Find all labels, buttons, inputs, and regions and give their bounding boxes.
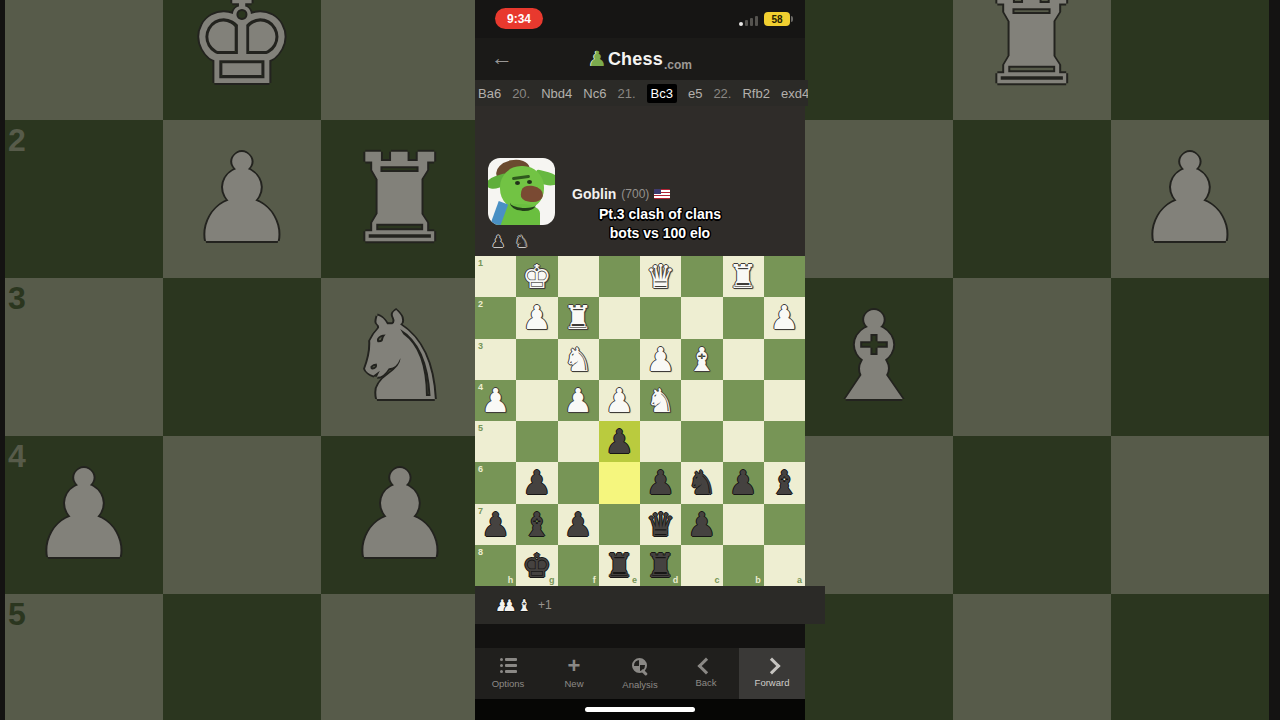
square-d6[interactable]: ♟ <box>640 462 681 503</box>
piece-black-r-d8: ♜ <box>646 549 676 582</box>
back-button[interactable]: Back <box>673 648 739 699</box>
square-g1: ♚ <box>163 0 321 120</box>
chevron-left-icon <box>698 657 715 674</box>
list-icon <box>500 658 517 673</box>
player-info-area: Goblin (700) Pt.3 clash of clans bots vs… <box>475 106 805 256</box>
piece-black-p-b6: ♟ <box>728 466 758 499</box>
file-label-f: f <box>593 575 596 585</box>
captured-white-p: ♟ <box>502 596 516 615</box>
square-d8[interactable]: ♜d <box>640 545 681 586</box>
piece-black-n-c6: ♞ <box>687 466 717 499</box>
square-a1 <box>1111 0 1269 120</box>
square-a4[interactable] <box>764 380 805 421</box>
move-Ba6[interactable]: Ba6 <box>478 86 501 101</box>
square-g2[interactable]: ♟ <box>516 297 557 338</box>
signal-strength-icon <box>739 16 758 26</box>
square-h5: 5 <box>5 594 163 720</box>
player-name-line: Goblin (700) <box>572 186 670 202</box>
move-22[interactable]: 22. <box>713 86 731 101</box>
square-b2[interactable] <box>723 297 764 338</box>
captured-white-b: ♝ <box>517 596 531 615</box>
captured-pieces-by-black: ♟♟♝ <box>495 596 531 615</box>
analysis-button[interactable]: Analysis <box>607 648 673 699</box>
square-a5[interactable] <box>764 421 805 462</box>
rank-label-4: 4 <box>8 438 26 475</box>
square-c5[interactable] <box>681 421 722 462</box>
home-indicator[interactable] <box>585 707 695 712</box>
square-f3[interactable]: ♞ <box>558 339 599 380</box>
move-exd4[interactable]: exd4 <box>781 86 808 101</box>
rank-label-4: 4 <box>478 382 483 392</box>
piece-white-q-d1: ♛ <box>646 260 676 293</box>
chesscom-logo: ♟ Chess .com <box>475 38 805 80</box>
piece-white-p-e4: ♟ <box>605 384 635 417</box>
logo-pawn-icon: ♟ <box>588 47 607 71</box>
square-b6[interactable]: ♟ <box>723 462 764 503</box>
rank-label-3: 3 <box>478 341 483 351</box>
square-g3[interactable] <box>516 339 557 380</box>
rank-label-3: 3 <box>8 280 26 317</box>
square-d5[interactable] <box>640 421 681 462</box>
piece-black-p-f7: ♟ <box>563 508 593 541</box>
magnifier-pie-icon <box>632 658 648 674</box>
square-h2: 2 <box>5 120 163 278</box>
phone-screen: 9:34 58 ← ♟ Chess .com Ba620.Nbd4Nc621.B… <box>475 0 805 720</box>
piece-black-b-g7: ♝ <box>522 508 552 541</box>
square-h8[interactable]: 8h <box>475 545 516 586</box>
piece-white-r-f2: ♜ <box>563 301 593 334</box>
square-h1: 1 <box>5 0 163 120</box>
square-f2[interactable]: ♜ <box>558 297 599 338</box>
piece-black-k-g8: ♚ <box>522 549 552 582</box>
square-e3[interactable] <box>599 339 640 380</box>
square-e6[interactable] <box>599 462 640 503</box>
square-c6[interactable]: ♞ <box>681 462 722 503</box>
square-b4 <box>953 436 1111 594</box>
piece-black-r-e8: ♜ <box>605 549 635 582</box>
file-label-a: a <box>797 575 802 585</box>
square-c8[interactable]: c <box>681 545 722 586</box>
piece-white-p-a2: ♟ <box>1135 138 1244 260</box>
square-b3 <box>953 278 1111 436</box>
piece-white-b-c3: ♝ <box>819 296 928 418</box>
piece-black-p-g6: ♟ <box>522 466 552 499</box>
file-label-c: c <box>714 575 719 585</box>
rank-label-2: 2 <box>478 299 483 309</box>
square-d4[interactable]: ♞ <box>640 380 681 421</box>
square-e4[interactable]: ♟ <box>599 380 640 421</box>
player-name[interactable]: Goblin <box>572 186 616 202</box>
square-c7[interactable]: ♟ <box>681 504 722 545</box>
piece-black-b-a6: ♝ <box>770 466 800 499</box>
square-b3[interactable] <box>723 339 764 380</box>
square-h3: 3 <box>5 278 163 436</box>
piece-white-k-g1: ♚ <box>522 260 552 293</box>
square-f5 <box>321 594 479 720</box>
square-h1[interactable]: 1 <box>475 256 516 297</box>
material-score: +1 <box>538 598 552 612</box>
rank-label-2: 2 <box>8 122 26 159</box>
square-a5 <box>1111 594 1269 720</box>
move-Rfb2[interactable]: Rfb2 <box>742 86 769 101</box>
captured-pieces-tray: ♟♟♝ +1 <box>475 586 825 624</box>
piece-white-p-d3: ♟ <box>646 343 676 376</box>
square-b5 <box>953 594 1111 720</box>
us-flag-icon <box>654 189 670 199</box>
piece-white-r-b1: ♜ <box>977 0 1086 102</box>
square-g3 <box>163 278 321 436</box>
square-g7[interactable]: ♝ <box>516 504 557 545</box>
goblin-eye <box>515 181 520 185</box>
move-20[interactable]: 20. <box>512 86 530 101</box>
square-h6[interactable]: 6 <box>475 462 516 503</box>
status-bar: 9:34 58 <box>475 0 805 38</box>
piece-white-r-f2: ♜ <box>345 138 454 260</box>
piece-white-p-a2: ♟ <box>770 301 800 334</box>
video-caption-line1: Pt.3 clash of clans <box>535 206 785 222</box>
square-a7[interactable] <box>764 504 805 545</box>
video-caption-line2: bots vs 100 elo <box>535 225 785 241</box>
rank-label-1: 1 <box>8 0 26 1</box>
file-label-d: d <box>673 575 679 585</box>
square-e5[interactable]: ♟ <box>599 421 640 462</box>
piece-white-n-f3: ♞ <box>345 296 454 418</box>
move-list: Ba620.Nbd4Nc621.Bc3e522.Rfb2exd4 <box>475 80 808 106</box>
home-indicator-zone <box>475 699 805 720</box>
square-f6[interactable] <box>558 462 599 503</box>
status-time-pill: 9:34 <box>495 8 543 29</box>
battery-icon: 58 <box>764 12 793 26</box>
square-f8[interactable]: f <box>558 545 599 586</box>
square-c1 <box>795 0 953 120</box>
chess-board: 1♚♛♜2♟♜♟3♞♟♝♟4♟♟♞5♟6♟♟♞♟♝♟7♝♟♛♟8h♚gf♜e♜d… <box>475 256 805 586</box>
square-f7[interactable]: ♟ <box>558 504 599 545</box>
file-label-b: b <box>755 575 761 585</box>
piece-black-p-c7: ♟ <box>687 508 717 541</box>
square-h7[interactable]: ♟7 <box>475 504 516 545</box>
square-g1[interactable]: ♚ <box>516 256 557 297</box>
square-f1 <box>321 0 479 120</box>
square-a3 <box>1111 278 1269 436</box>
square-c4[interactable] <box>681 380 722 421</box>
square-c3: ♝ <box>795 278 953 436</box>
square-g5[interactable] <box>516 421 557 462</box>
piece-white-b-c3: ♝ <box>687 343 717 376</box>
battery-percent: 58 <box>764 12 790 26</box>
piece-white-p-g2: ♟ <box>522 301 552 334</box>
square-h4: ♟4 <box>5 436 163 594</box>
piece-black-p-e5: ♟ <box>605 425 635 458</box>
piece-white-r-b1: ♜ <box>728 260 758 293</box>
rank-label-8: 8 <box>478 547 483 557</box>
square-h2[interactable]: 2 <box>475 297 516 338</box>
square-e7[interactable] <box>599 504 640 545</box>
square-a2: ♟ <box>1111 120 1269 278</box>
rank-label-1: 1 <box>478 258 483 268</box>
square-c3[interactable]: ♝ <box>681 339 722 380</box>
square-h3[interactable]: 3 <box>475 339 516 380</box>
rank-label-7: 7 <box>478 506 483 516</box>
logo-text: Chess <box>608 49 663 70</box>
square-e8[interactable]: ♜e <box>599 545 640 586</box>
goblin-eye2 <box>527 180 532 184</box>
square-d7[interactable]: ♛ <box>640 504 681 545</box>
square-f1[interactable] <box>558 256 599 297</box>
player-rating: (700) <box>621 187 649 201</box>
square-f3: ♞ <box>321 278 479 436</box>
logo-com-text: .com <box>664 58 692 72</box>
square-g4[interactable] <box>516 380 557 421</box>
piece-white-p-f4: ♟ <box>563 384 593 417</box>
square-f4: ♟ <box>321 436 479 594</box>
square-g5 <box>163 594 321 720</box>
square-f4[interactable]: ♟ <box>558 380 599 421</box>
status-icons: 58 <box>739 12 793 26</box>
plus-icon: + <box>568 659 581 673</box>
square-a3[interactable] <box>764 339 805 380</box>
square-g8[interactable]: ♚g <box>516 545 557 586</box>
square-f2: ♜ <box>321 120 479 278</box>
rank-label-6: 6 <box>478 464 483 474</box>
square-g6[interactable]: ♟ <box>516 462 557 503</box>
square-e1[interactable] <box>599 256 640 297</box>
forward-button[interactable]: Forward <box>739 648 805 699</box>
new-game-button[interactable]: + New <box>541 648 607 699</box>
move-e5[interactable]: e5 <box>688 86 702 101</box>
square-g4 <box>163 436 321 594</box>
rank-label-5: 5 <box>8 596 26 633</box>
square-b5[interactable] <box>723 421 764 462</box>
square-b4[interactable] <box>723 380 764 421</box>
square-f5[interactable] <box>558 421 599 462</box>
square-a2[interactable]: ♟ <box>764 297 805 338</box>
square-c4 <box>795 436 953 594</box>
piece-black-p-d6: ♟ <box>646 466 676 499</box>
square-g2: ♟ <box>163 120 321 278</box>
options-button[interactable]: Options <box>475 648 541 699</box>
piece-white-n-f3: ♞ <box>563 343 593 376</box>
piece-white-p-g2: ♟ <box>187 138 296 260</box>
square-c1[interactable] <box>681 256 722 297</box>
chevron-right-icon <box>764 657 781 674</box>
square-a4 <box>1111 436 1269 594</box>
piece-white-p-h4: ♟ <box>481 384 511 417</box>
piece-black-p-h7: ♟ <box>481 508 511 541</box>
square-c2[interactable] <box>681 297 722 338</box>
square-b1: ♜ <box>953 0 1111 120</box>
square-e2[interactable] <box>599 297 640 338</box>
square-d2[interactable] <box>640 297 681 338</box>
lower-gap <box>475 624 805 648</box>
square-a8[interactable]: a <box>764 545 805 586</box>
screenshot-root: { "game": "chess", "position": { "fen": … <box>0 0 1280 720</box>
move-Nbd4[interactable]: Nbd4 <box>541 86 572 101</box>
move-Bc3[interactable]: Bc3 <box>647 84 677 103</box>
file-label-e: e <box>632 575 637 585</box>
bottom-toolbar: Options + New Analysis Back Forward <box>475 648 805 699</box>
square-h5[interactable]: 5 <box>475 421 516 462</box>
file-label-g: g <box>549 575 555 585</box>
move-Nc6[interactable]: Nc6 <box>583 86 606 101</box>
file-label-h: h <box>508 575 514 585</box>
square-a1[interactable] <box>764 256 805 297</box>
square-b7[interactable] <box>723 504 764 545</box>
piece-white-n-d4: ♞ <box>646 384 676 417</box>
square-d1[interactable]: ♛ <box>640 256 681 297</box>
piece-black-q-d7: ♛ <box>646 508 676 541</box>
piece-white-p-h4: ♟ <box>29 454 138 576</box>
piece-white-p-f4: ♟ <box>345 454 454 576</box>
app-header: ← ♟ Chess .com <box>475 38 805 80</box>
square-h4[interactable]: ♟4 <box>475 380 516 421</box>
square-b1[interactable]: ♜ <box>723 256 764 297</box>
square-b8[interactable]: b <box>723 545 764 586</box>
captured-pieces-by-white: ♟ ♞ <box>491 232 531 251</box>
square-c2 <box>795 120 953 278</box>
piece-white-k-g1: ♚ <box>187 0 296 102</box>
rank-label-5: 5 <box>478 423 483 433</box>
move-21[interactable]: 21. <box>617 86 635 101</box>
square-b2 <box>953 120 1111 278</box>
square-d3[interactable]: ♟ <box>640 339 681 380</box>
square-a6[interactable]: ♝ <box>764 462 805 503</box>
